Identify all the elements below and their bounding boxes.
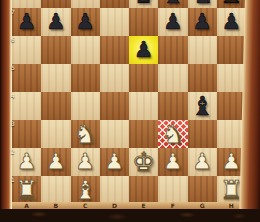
white-pawn-a2[interactable]: ♟	[17, 151, 37, 173]
black-bishop-f8[interactable]: ♝	[161, 0, 184, 7]
square-g8[interactable]: ♞	[188, 0, 217, 8]
black-bishop-g4[interactable]: ♝	[190, 93, 213, 119]
black-pawn-a7[interactable]: ♟	[17, 11, 37, 33]
square-d1[interactable]	[100, 176, 129, 204]
file-label-c: C	[71, 202, 100, 210]
rank-label-4: 4	[11, 92, 19, 120]
file-label-a: A	[12, 202, 41, 210]
square-f6[interactable]	[158, 36, 187, 64]
square-b3[interactable]	[41, 120, 70, 148]
white-pawn-g2[interactable]: ♟	[192, 151, 212, 173]
square-c2[interactable]: ♟	[71, 148, 100, 176]
square-e5[interactable]	[129, 64, 158, 92]
square-e8[interactable]: ♚	[129, 0, 158, 8]
square-c7[interactable]: ♟	[71, 8, 100, 36]
rank-label-1: 1	[11, 176, 19, 204]
square-c3[interactable]: ♞	[71, 120, 100, 148]
black-pawn-f7[interactable]: ♟	[163, 11, 183, 33]
square-c6[interactable]	[71, 36, 100, 64]
black-pawn-b7[interactable]: ♟	[46, 11, 66, 33]
black-pawn-c7[interactable]: ♟	[75, 11, 95, 33]
white-king-e2[interactable]: ♚	[132, 149, 155, 175]
square-h8[interactable]: ♜	[217, 0, 246, 8]
square-b4[interactable]	[41, 92, 70, 120]
square-e4[interactable]	[129, 92, 158, 120]
square-f8[interactable]: ♝	[158, 0, 187, 8]
file-label-e: E	[129, 202, 158, 210]
white-pawn-b2[interactable]: ♟	[46, 151, 66, 173]
square-d7[interactable]	[100, 8, 129, 36]
file-labels: ABCDEFGH	[12, 202, 246, 210]
rank-label-3: 3	[11, 120, 19, 148]
square-f2[interactable]: ♟	[158, 148, 187, 176]
square-f7[interactable]: ♟	[158, 8, 187, 36]
white-pawn-c2[interactable]: ♟	[75, 151, 95, 173]
square-d8[interactable]	[100, 0, 129, 8]
square-b1[interactable]	[41, 176, 70, 204]
file-label-h: H	[217, 202, 246, 210]
square-c1[interactable]: ♝	[71, 176, 100, 204]
square-b8[interactable]	[41, 0, 70, 8]
square-a8[interactable]	[12, 0, 41, 8]
square-c4[interactable]	[71, 92, 100, 120]
square-b7[interactable]: ♟	[41, 8, 70, 36]
square-e1[interactable]	[129, 176, 158, 204]
square-b5[interactable]	[41, 64, 70, 92]
black-pawn-e6[interactable]: ♟	[134, 39, 154, 61]
square-d3[interactable]	[100, 120, 129, 148]
square-d4[interactable]	[100, 92, 129, 120]
square-g6[interactable]	[188, 36, 217, 64]
square-h6[interactable]	[217, 36, 246, 64]
square-g5[interactable]	[188, 64, 217, 92]
square-d6[interactable]	[100, 36, 129, 64]
rank-label-2: 2	[11, 148, 19, 176]
file-label-f: F	[158, 202, 187, 210]
square-h7[interactable]: ♟	[217, 8, 246, 36]
square-d5[interactable]	[100, 64, 129, 92]
square-g1[interactable]	[188, 176, 217, 204]
white-pawn-h2[interactable]: ♟	[222, 151, 242, 173]
white-pawn-d2[interactable]: ♟	[105, 151, 125, 173]
chess-board: ♚♝♞♜♟♟♟♟♟♟♟♝♞♞♟♟♟♟♚♟♟♟♜♝♜	[12, 0, 246, 204]
square-e7[interactable]	[129, 8, 158, 36]
square-c8[interactable]	[71, 0, 100, 8]
square-b6[interactable]	[41, 36, 70, 64]
white-knight-c3[interactable]: ♞	[73, 121, 96, 147]
white-knight-f3[interactable]: ♞	[161, 121, 184, 147]
black-knight-g8[interactable]: ♞	[190, 0, 213, 7]
square-f5[interactable]	[158, 64, 187, 92]
square-b2[interactable]: ♟	[41, 148, 70, 176]
square-g2[interactable]: ♟	[188, 148, 217, 176]
square-f4[interactable]	[158, 92, 187, 120]
black-pawn-g7[interactable]: ♟	[192, 11, 212, 33]
chess-app-board-photo: ♚♝♞♜♟♟♟♟♟♟♟♝♞♞♟♟♟♟♚♟♟♟♜♝♜ 7654321 ABCDEF…	[0, 0, 260, 222]
black-pawn-h7[interactable]: ♟	[222, 11, 242, 33]
square-g3[interactable]	[188, 120, 217, 148]
square-e3[interactable]	[129, 120, 158, 148]
rank-label-7: 7	[11, 8, 19, 36]
square-c5[interactable]	[71, 64, 100, 92]
rank-label-6: 6	[11, 36, 19, 64]
square-g4[interactable]: ♝	[188, 92, 217, 120]
file-label-b: B	[41, 202, 70, 210]
file-label-g: G	[188, 202, 217, 210]
square-e6[interactable]: ♟	[129, 36, 158, 64]
square-g7[interactable]: ♟	[188, 8, 217, 36]
rank-labels: 7654321	[11, 8, 19, 204]
square-f1[interactable]	[158, 176, 187, 204]
black-king-e8[interactable]: ♚	[132, 0, 155, 7]
square-f3[interactable]: ♞	[158, 120, 187, 148]
white-bishop-c1[interactable]: ♝	[73, 177, 96, 203]
black-rook-h8[interactable]: ♜	[220, 0, 243, 7]
file-label-d: D	[100, 202, 129, 210]
rank-label-5: 5	[11, 64, 19, 92]
square-d2[interactable]: ♟	[100, 148, 129, 176]
square-e2[interactable]: ♚	[129, 148, 158, 176]
white-pawn-f2[interactable]: ♟	[163, 151, 183, 173]
board-frame-bottom	[0, 209, 260, 222]
